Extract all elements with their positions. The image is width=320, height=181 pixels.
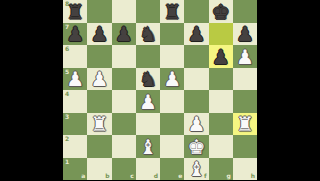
square-e2[interactable] [160, 135, 184, 158]
square-c1[interactable]: c [112, 158, 136, 181]
white-rook-h3[interactable]: ♜ [233, 113, 257, 136]
square-e4[interactable] [160, 90, 184, 113]
square-d5[interactable]: ♞ [136, 68, 160, 91]
square-a1[interactable]: 1a [63, 158, 87, 181]
square-b2[interactable] [87, 135, 111, 158]
rank-label-2: 2 [65, 136, 69, 142]
white-pawn-d4[interactable]: ♟ [136, 90, 160, 113]
black-pawn-c7[interactable]: ♟ [112, 23, 136, 46]
black-rook-e8[interactable]: ♜ [160, 0, 184, 23]
square-c8[interactable] [112, 0, 136, 23]
black-pawn-f7[interactable]: ♟ [184, 23, 208, 46]
square-a7[interactable]: 7♟ [63, 23, 87, 46]
square-f7[interactable]: ♟ [184, 23, 208, 46]
black-pawn-h7[interactable]: ♟ [233, 23, 257, 46]
file-label-g: g [226, 173, 230, 179]
square-a4[interactable]: 4 [63, 90, 87, 113]
white-pawn-h6[interactable]: ♟ [233, 45, 257, 68]
square-d3[interactable] [136, 113, 160, 136]
square-g4[interactable] [209, 90, 233, 113]
square-h3[interactable]: ♜ [233, 113, 257, 136]
square-b1[interactable]: b [87, 158, 111, 181]
square-d4[interactable]: ♟ [136, 90, 160, 113]
square-c5[interactable] [112, 68, 136, 91]
app-background: 8♜♜♚7♟♟♟♞♟♟6♟♟5♟♟♞♟4♟3♜♟♜2♝♚1abcdef♝gh [0, 0, 320, 180]
square-e8[interactable]: ♜ [160, 0, 184, 23]
square-g3[interactable] [209, 113, 233, 136]
black-rook-a8[interactable]: ♜ [63, 0, 87, 23]
rank-label-6: 6 [65, 46, 69, 52]
black-pawn-a7[interactable]: ♟ [63, 23, 87, 46]
square-a8[interactable]: 8♜ [63, 0, 87, 23]
square-g6[interactable]: ♟ [209, 45, 233, 68]
square-e7[interactable] [160, 23, 184, 46]
file-label-c: c [130, 173, 134, 179]
square-h1[interactable]: h [233, 158, 257, 181]
white-pawn-f3[interactable]: ♟ [184, 113, 208, 136]
square-f4[interactable] [184, 90, 208, 113]
square-c3[interactable] [112, 113, 136, 136]
white-bishop-d2[interactable]: ♝ [136, 135, 160, 158]
square-e6[interactable] [160, 45, 184, 68]
square-e5[interactable]: ♟ [160, 68, 184, 91]
black-pawn-b7[interactable]: ♟ [87, 23, 111, 46]
white-king-f2[interactable]: ♚ [184, 135, 208, 158]
square-c7[interactable]: ♟ [112, 23, 136, 46]
square-f1[interactable]: f♝ [184, 158, 208, 181]
square-f6[interactable] [184, 45, 208, 68]
square-a5[interactable]: 5♟ [63, 68, 87, 91]
square-h8[interactable] [233, 0, 257, 23]
black-pawn-g6[interactable]: ♟ [209, 45, 233, 68]
square-b7[interactable]: ♟ [87, 23, 111, 46]
square-h2[interactable] [233, 135, 257, 158]
file-label-h: h [251, 173, 255, 179]
square-f8[interactable] [184, 0, 208, 23]
black-knight-d5[interactable]: ♞ [136, 68, 160, 91]
rank-label-1: 1 [65, 159, 69, 165]
black-king-g8[interactable]: ♚ [209, 0, 233, 23]
file-label-a: a [81, 173, 85, 179]
square-b6[interactable] [87, 45, 111, 68]
square-h6[interactable]: ♟ [233, 45, 257, 68]
square-d2[interactable]: ♝ [136, 135, 160, 158]
square-g8[interactable]: ♚ [209, 0, 233, 23]
square-f3[interactable]: ♟ [184, 113, 208, 136]
square-a6[interactable]: 6 [63, 45, 87, 68]
rank-label-4: 4 [65, 91, 69, 97]
square-e3[interactable] [160, 113, 184, 136]
square-e1[interactable]: e [160, 158, 184, 181]
file-label-d: d [154, 173, 158, 179]
square-f5[interactable] [184, 68, 208, 91]
square-c6[interactable] [112, 45, 136, 68]
white-bishop-f1[interactable]: ♝ [184, 158, 208, 181]
square-b3[interactable]: ♜ [87, 113, 111, 136]
square-h4[interactable] [233, 90, 257, 113]
square-g7[interactable] [209, 23, 233, 46]
white-pawn-a5[interactable]: ♟ [63, 68, 87, 91]
square-d8[interactable] [136, 0, 160, 23]
white-pawn-b5[interactable]: ♟ [87, 68, 111, 91]
square-d6[interactable] [136, 45, 160, 68]
square-h7[interactable]: ♟ [233, 23, 257, 46]
square-d7[interactable]: ♞ [136, 23, 160, 46]
black-knight-d7[interactable]: ♞ [136, 23, 160, 46]
square-c2[interactable] [112, 135, 136, 158]
square-c4[interactable] [112, 90, 136, 113]
square-b5[interactable]: ♟ [87, 68, 111, 91]
square-f2[interactable]: ♚ [184, 135, 208, 158]
square-h5[interactable] [233, 68, 257, 91]
chess-board: 8♜♜♚7♟♟♟♞♟♟6♟♟5♟♟♞♟4♟3♜♟♜2♝♚1abcdef♝gh [63, 0, 257, 180]
square-g2[interactable] [209, 135, 233, 158]
square-g5[interactable] [209, 68, 233, 91]
file-label-b: b [105, 173, 109, 179]
square-g1[interactable]: g [209, 158, 233, 181]
file-label-e: e [178, 173, 182, 179]
square-b8[interactable] [87, 0, 111, 23]
square-a2[interactable]: 2 [63, 135, 87, 158]
white-pawn-e5[interactable]: ♟ [160, 68, 184, 91]
square-b4[interactable] [87, 90, 111, 113]
square-a3[interactable]: 3 [63, 113, 87, 136]
white-rook-b3[interactable]: ♜ [87, 113, 111, 136]
rank-label-3: 3 [65, 114, 69, 120]
square-d1[interactable]: d [136, 158, 160, 181]
